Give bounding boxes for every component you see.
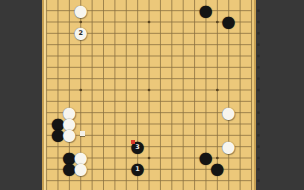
white-stone: ● xyxy=(75,164,86,175)
letterbox-left xyxy=(0,0,41,190)
white-square-marker xyxy=(80,131,85,136)
white-stone: ● xyxy=(75,5,86,16)
goban-intersections[interactable]: ●●2●●●●●●●●●●●●3●1●●●● xyxy=(41,0,257,190)
video-frame: ●●2●●●●●●●●●●●●3●1●●●● xyxy=(0,0,304,190)
black-stone-glyph: ● xyxy=(200,5,211,16)
white-stone-glyph: ● xyxy=(75,28,86,39)
white-stone: ● xyxy=(223,107,234,118)
letterbox-right xyxy=(256,0,304,190)
white-stone: ● xyxy=(223,141,234,152)
black-stone: ● xyxy=(223,16,234,27)
black-stone-glyph: ● xyxy=(223,16,234,27)
white-stone: ● xyxy=(64,130,75,141)
white-stone-glyph: ● xyxy=(75,5,86,16)
black-stone: ● xyxy=(200,5,211,16)
white-stone-glyph: ● xyxy=(75,164,86,175)
white-stone-glyph: ● xyxy=(64,130,75,141)
white-stone-glyph: ● xyxy=(223,107,234,118)
black-stone-glyph: ● xyxy=(132,141,143,152)
black-stone-glyph: ● xyxy=(212,164,223,175)
white-square-marker-cell xyxy=(75,130,86,141)
white-stone: ●2 xyxy=(75,28,86,39)
black-stone: ● xyxy=(212,164,223,175)
black-stone: ●1 xyxy=(132,164,143,175)
black-stone-glyph: ● xyxy=(132,164,143,175)
white-stone-glyph: ● xyxy=(223,141,234,152)
black-stone: ●3 xyxy=(132,141,143,152)
